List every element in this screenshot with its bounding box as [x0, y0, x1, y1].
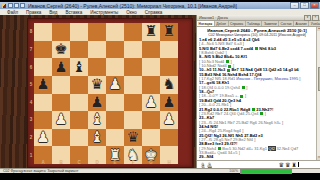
- file-label-e: E: [106, 159, 124, 167]
- game-meta: C02 Мемориал Чигорина (10), 09.04.2011 […: [197, 33, 317, 38]
- square-e7[interactable]: [106, 41, 124, 59]
- menu-item-правка[interactable]: Правка: [22, 10, 45, 15]
- material-white-pawn-icon: ♙: [206, 161, 211, 168]
- black-knight-h5[interactable]: ♞: [163, 76, 176, 93]
- black-bishop-c6[interactable]: ♝: [73, 59, 86, 76]
- black-pawn-d4[interactable]: ♟: [91, 94, 104, 111]
- tab-таблица[interactable]: Таблица: [246, 21, 263, 26]
- notation-panel: Иванов1 : Доска ▾ × НотацияДебютСправкаТ…: [196, 15, 320, 168]
- square-a2[interactable]: ♟: [34, 129, 52, 147]
- square-d3[interactable]: ♝: [88, 111, 106, 129]
- square-f5[interactable]: [124, 76, 142, 94]
- square-h2[interactable]: [160, 129, 178, 147]
- square-e6[interactable]: [106, 58, 124, 76]
- square-c8[interactable]: [70, 23, 88, 41]
- square-d4[interactable]: ♟: [88, 94, 106, 112]
- file-label-b: B: [52, 159, 70, 167]
- square-e4[interactable]: [106, 94, 124, 112]
- menu-item-инструменты[interactable]: Инструменты: [86, 10, 122, 15]
- material-cursor: [298, 162, 299, 167]
- square-d5[interactable]: ♛: [88, 76, 106, 94]
- square-a3[interactable]: [34, 111, 52, 129]
- square-a8[interactable]: [34, 23, 52, 41]
- tab-справка[interactable]: Справка: [229, 21, 246, 26]
- quick-access-icon-3[interactable]: [20, 3, 25, 8]
- tab-анализ[interactable]: Анализ: [294, 21, 309, 26]
- square-d8[interactable]: [88, 23, 106, 41]
- square-b6[interactable]: ♟: [52, 58, 70, 76]
- black-pawn-a5[interactable]: ♟: [37, 76, 50, 93]
- file-labels: ABCDEFGH: [34, 159, 178, 167]
- black-pawn-b6[interactable]: ♟: [55, 59, 68, 76]
- tab-состав[interactable]: Состав: [279, 21, 294, 26]
- notation-panel-title: Иванов1 : Доска: [197, 16, 304, 20]
- square-a5[interactable]: ♟: [34, 76, 52, 94]
- material-black-queen-icon: ♛: [285, 161, 290, 168]
- white-pawn-e5[interactable]: ♟: [109, 76, 122, 93]
- square-c2[interactable]: [70, 129, 88, 147]
- square-g3[interactable]: [142, 111, 160, 129]
- tab-заметки[interactable]: Заметки: [262, 21, 279, 26]
- progress-label: 100%: [229, 169, 238, 173]
- square-c4[interactable]: [70, 94, 88, 112]
- status-bar: C02 Французская защита: Закрытый вариант…: [0, 168, 320, 173]
- square-g7[interactable]: [142, 41, 160, 59]
- black-king-b7[interactable]: ♚: [55, 41, 68, 58]
- square-f3[interactable]: [124, 111, 142, 129]
- move-line-26[interactable]: [ 29.Nxh4 Bxc5 30.Nd2 d4+ 31.Kg1 Qf2 32.…: [199, 147, 313, 156]
- black-rook-h8[interactable]: ♜: [163, 23, 176, 40]
- panel-close-button[interactable]: ×: [312, 15, 319, 21]
- file-label-g: G: [142, 159, 160, 167]
- maximize-button[interactable]: □: [300, 2, 309, 9]
- file-label-a: A: [34, 159, 52, 167]
- white-bishop-d2[interactable]: ♝: [91, 129, 104, 146]
- square-h4[interactable]: ♟: [160, 94, 178, 112]
- panel-pin-button[interactable]: ▾: [304, 15, 311, 21]
- square-h6[interactable]: [160, 58, 178, 76]
- square-h3[interactable]: ♟: [160, 111, 178, 129]
- move-list[interactable]: 1.e4 e6 2.d4 d5 3.e5 c5 4.c3 Qb6[ 4...Nc…: [199, 38, 313, 160]
- square-g5[interactable]: [142, 76, 160, 94]
- square-c7[interactable]: [70, 41, 88, 59]
- square-d6[interactable]: [88, 58, 106, 76]
- square-f6[interactable]: [124, 58, 142, 76]
- square-f8[interactable]: [124, 23, 142, 41]
- menu-item-окно[interactable]: Окно: [122, 10, 140, 15]
- black-pawn-h4[interactable]: ♟: [163, 94, 176, 111]
- square-f4[interactable]: [124, 94, 142, 112]
- white-pawn-b3[interactable]: ♟: [55, 111, 68, 128]
- minimize-button[interactable]: –: [290, 2, 299, 9]
- black-queen-d5[interactable]: ♛: [91, 76, 104, 93]
- square-e3[interactable]: [106, 111, 124, 129]
- square-e2[interactable]: [106, 129, 124, 147]
- menu-item-вид[interactable]: Вид: [45, 10, 61, 15]
- board-window: 87654321 ♜♜♚♟♝♟♛♟♞♟♟♟♟♝♟♟♝♛♜♞♚ ABCDEFGH: [0, 15, 196, 168]
- square-a4[interactable]: [34, 94, 52, 112]
- tab-учеба[interactable]: Учеба: [309, 21, 320, 26]
- square-h5[interactable]: ♞: [160, 76, 178, 94]
- square-g8[interactable]: ♜: [142, 23, 160, 41]
- square-g4[interactable]: ♟: [142, 94, 160, 112]
- window-title: Иванов,Сергей (2640) - Рулев,Алексей (25…: [28, 3, 290, 9]
- square-d2[interactable]: ♝: [88, 129, 106, 147]
- white-pawn-g4[interactable]: ♟: [145, 94, 158, 111]
- chess-board[interactable]: ♜♜♚♟♝♟♛♟♞♟♟♟♟♝♟♟♝♛♜♞♚: [34, 23, 178, 164]
- square-b7[interactable]: ♚: [52, 41, 70, 59]
- white-bishop-d3[interactable]: ♝: [91, 111, 104, 128]
- white-pawn-h3[interactable]: ♟: [163, 111, 176, 128]
- file-label-d: D: [88, 159, 106, 167]
- file-label-c: C: [70, 159, 88, 167]
- selected-move[interactable]: Qf2: [268, 146, 275, 151]
- menu-item-справка[interactable]: Справка: [141, 10, 167, 15]
- white-pawn-a2[interactable]: ♟: [37, 129, 50, 146]
- title-bar[interactable]: Иванов,Сергей (2640) - Рулев,Алексей (25…: [0, 2, 320, 9]
- square-a7[interactable]: [34, 41, 52, 59]
- square-c5[interactable]: [70, 76, 88, 94]
- square-b5[interactable]: [52, 76, 70, 94]
- app-icon: [2, 4, 6, 8]
- square-g2[interactable]: [142, 129, 160, 147]
- square-e8[interactable]: [106, 23, 124, 41]
- menu-item-файл[interactable]: Файл: [3, 10, 22, 15]
- progress-bar: [240, 169, 292, 174]
- square-f7[interactable]: [124, 41, 142, 59]
- material-white-bishop-icon: ♗: [200, 161, 205, 168]
- quick-access-icon-2[interactable]: [14, 3, 19, 8]
- chessbase-window: Иванов,Сергей (2640) - Рулев,Алексей (25…: [0, 2, 320, 173]
- close-button[interactable]: ×: [310, 2, 319, 9]
- square-e5[interactable]: ♟: [106, 76, 124, 94]
- square-g6[interactable]: [142, 58, 160, 76]
- square-f2[interactable]: ♛: [124, 129, 142, 147]
- notation-scrollbar[interactable]: ▲ ▼: [316, 27, 320, 160]
- file-label-f: F: [124, 159, 142, 167]
- status-text: C02 Французская защита: Закрытый вариант: [0, 169, 229, 173]
- square-c6[interactable]: ♝: [70, 58, 88, 76]
- tab-нотация[interactable]: Нотация: [197, 21, 215, 26]
- menu-item-вставка[interactable]: Вставка: [61, 10, 86, 15]
- square-b3[interactable]: ♟: [52, 111, 70, 129]
- square-h8[interactable]: ♜: [160, 23, 178, 41]
- material-black-queen-icon: ♛: [279, 161, 284, 168]
- tab-дебют[interactable]: Дебют: [215, 21, 229, 26]
- square-h7[interactable]: [160, 41, 178, 59]
- chess-board-frame: 87654321 ♜♜♚♟♝♟♛♟♞♟♟♟♟♝♟♟♝♛♜♞♚ ABCDEFGH: [27, 18, 193, 168]
- black-queen-f2[interactable]: ♛: [127, 129, 140, 146]
- black-rook-g8[interactable]: ♜: [145, 23, 158, 40]
- square-b4[interactable]: [52, 94, 70, 112]
- material-balance-strip: ♗♙♛♛♜: [197, 160, 320, 168]
- square-b2[interactable]: [52, 129, 70, 147]
- square-b8[interactable]: [52, 23, 70, 41]
- square-d7[interactable]: [88, 41, 106, 59]
- file-label-h: H: [160, 159, 178, 167]
- square-c3[interactable]: [70, 111, 88, 129]
- quick-access-icon-1[interactable]: [8, 3, 13, 8]
- square-a6[interactable]: [34, 58, 52, 76]
- material-black-rook-icon: ♜: [292, 161, 297, 168]
